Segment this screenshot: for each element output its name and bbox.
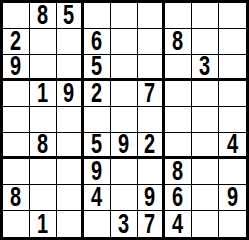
given-digit: 6 — [91, 29, 102, 55]
cell-r4c9[interactable] — [219, 81, 246, 107]
given-digit: 8 — [172, 159, 183, 185]
cell-r1c3[interactable]: 5 — [57, 3, 84, 29]
cell-r2c5[interactable] — [111, 29, 138, 55]
cell-r1c2[interactable]: 8 — [30, 3, 57, 29]
given-digit: 5 — [91, 133, 102, 158]
cell-r9c1[interactable] — [3, 211, 30, 237]
cell-r8c7[interactable]: 6 — [165, 185, 192, 211]
cell-r3c5[interactable] — [111, 55, 138, 81]
cell-r5c4[interactable] — [84, 107, 111, 133]
cell-r5c9[interactable] — [219, 107, 246, 133]
sudoku-page: 8526895319278592498849691374 — [0, 0, 249, 240]
cell-r5c1[interactable] — [3, 107, 30, 133]
given-digit: 7 — [144, 81, 155, 107]
given-digit: 5 — [63, 3, 74, 29]
cell-r2c8[interactable] — [192, 29, 219, 55]
given-digit: 4 — [227, 133, 238, 158]
cell-r7c7[interactable]: 8 — [165, 159, 192, 185]
cell-r6c8[interactable] — [192, 133, 219, 159]
cell-r7c4[interactable]: 9 — [84, 159, 111, 185]
cell-r2c9[interactable] — [219, 29, 246, 55]
cell-r1c9[interactable] — [219, 3, 246, 29]
cell-r3c8[interactable]: 3 — [192, 55, 219, 81]
cell-r3c3[interactable] — [57, 55, 84, 81]
cell-r7c1[interactable] — [3, 159, 30, 185]
given-digit: 8 — [37, 133, 48, 158]
given-digit: 9 — [91, 159, 102, 185]
cell-r6c7[interactable] — [165, 133, 192, 159]
cell-r9c7[interactable]: 4 — [165, 211, 192, 237]
given-digit: 7 — [144, 211, 155, 237]
cell-r7c6[interactable] — [138, 159, 165, 185]
cell-r8c9[interactable]: 9 — [219, 185, 246, 211]
cell-r4c1[interactable] — [3, 81, 30, 107]
given-digit: 2 — [144, 133, 155, 158]
cell-r6c6[interactable]: 2 — [138, 133, 165, 159]
given-digit: 3 — [118, 211, 129, 237]
cell-r3c9[interactable] — [219, 55, 246, 81]
cell-r6c3[interactable] — [57, 133, 84, 159]
cell-r2c2[interactable] — [30, 29, 57, 55]
cell-r6c9[interactable]: 4 — [219, 133, 246, 159]
cell-r4c3[interactable]: 9 — [57, 81, 84, 107]
given-digit: 8 — [172, 29, 183, 55]
cell-r7c3[interactable] — [57, 159, 84, 185]
cell-r5c2[interactable] — [30, 107, 57, 133]
cell-r3c1[interactable]: 9 — [3, 55, 30, 81]
cell-r1c7[interactable] — [165, 3, 192, 29]
cell-r6c5[interactable]: 9 — [111, 133, 138, 159]
cell-r1c8[interactable] — [192, 3, 219, 29]
given-digit: 9 — [10, 55, 21, 80]
cell-r9c5[interactable]: 3 — [111, 211, 138, 237]
cell-r8c3[interactable] — [57, 185, 84, 211]
cell-r9c4[interactable] — [84, 211, 111, 237]
cell-r6c1[interactable] — [3, 133, 30, 159]
sudoku-board: 8526895319278592498849691374 — [0, 0, 249, 240]
cell-r9c2[interactable]: 1 — [30, 211, 57, 237]
cell-r8c4[interactable]: 4 — [84, 185, 111, 211]
cell-r8c5[interactable] — [111, 185, 138, 211]
cell-r8c2[interactable] — [30, 185, 57, 211]
cell-r4c5[interactable] — [111, 81, 138, 107]
cell-r8c8[interactable] — [192, 185, 219, 211]
cell-r5c3[interactable] — [57, 107, 84, 133]
cell-r9c6[interactable]: 7 — [138, 211, 165, 237]
given-digit: 6 — [172, 185, 183, 211]
cell-r4c8[interactable] — [192, 81, 219, 107]
given-digit: 8 — [10, 185, 21, 211]
given-digit: 8 — [37, 3, 48, 29]
cell-r1c1[interactable] — [3, 3, 30, 29]
cell-r3c2[interactable] — [30, 55, 57, 81]
cell-r9c8[interactable] — [192, 211, 219, 237]
cell-r5c5[interactable] — [111, 107, 138, 133]
cell-r5c8[interactable] — [192, 107, 219, 133]
cell-r6c2[interactable]: 8 — [30, 133, 57, 159]
cell-r4c4[interactable]: 2 — [84, 81, 111, 107]
given-digit: 1 — [37, 81, 48, 107]
cell-r4c2[interactable]: 1 — [30, 81, 57, 107]
cell-r5c6[interactable] — [138, 107, 165, 133]
cell-r2c3[interactable] — [57, 29, 84, 55]
given-digit: 4 — [91, 185, 102, 211]
cell-r9c3[interactable] — [57, 211, 84, 237]
given-digit: 9 — [144, 185, 155, 211]
cell-r3c6[interactable] — [138, 55, 165, 81]
given-digit: 2 — [10, 29, 21, 55]
given-digit: 5 — [91, 55, 102, 80]
cell-r8c1[interactable]: 8 — [3, 185, 30, 211]
cell-r3c7[interactable] — [165, 55, 192, 81]
given-digit: 4 — [172, 211, 183, 237]
cell-r1c5[interactable] — [111, 3, 138, 29]
cell-r5c7[interactable] — [165, 107, 192, 133]
cell-r2c1[interactable]: 2 — [3, 29, 30, 55]
cell-r1c6[interactable] — [138, 3, 165, 29]
cell-r2c6[interactable] — [138, 29, 165, 55]
cell-r7c2[interactable] — [30, 159, 57, 185]
given-digit: 9 — [227, 185, 238, 211]
given-digit: 3 — [199, 55, 210, 80]
given-digit: 1 — [37, 211, 48, 237]
cell-r4c7[interactable] — [165, 81, 192, 107]
cell-r2c4[interactable]: 6 — [84, 29, 111, 55]
cell-r6c4[interactable]: 5 — [84, 133, 111, 159]
given-digit: 9 — [63, 81, 74, 107]
cell-r1c4[interactable] — [84, 3, 111, 29]
cell-r2c7[interactable]: 8 — [165, 29, 192, 55]
cell-r7c9[interactable] — [219, 159, 246, 185]
cell-r4c6[interactable]: 7 — [138, 81, 165, 107]
given-digit: 9 — [118, 133, 129, 158]
given-digit: 2 — [91, 81, 102, 107]
cell-r7c5[interactable] — [111, 159, 138, 185]
cell-r3c4[interactable]: 5 — [84, 55, 111, 81]
cell-r8c6[interactable]: 9 — [138, 185, 165, 211]
cell-r9c9[interactable] — [219, 211, 246, 237]
cell-r7c8[interactable] — [192, 159, 219, 185]
